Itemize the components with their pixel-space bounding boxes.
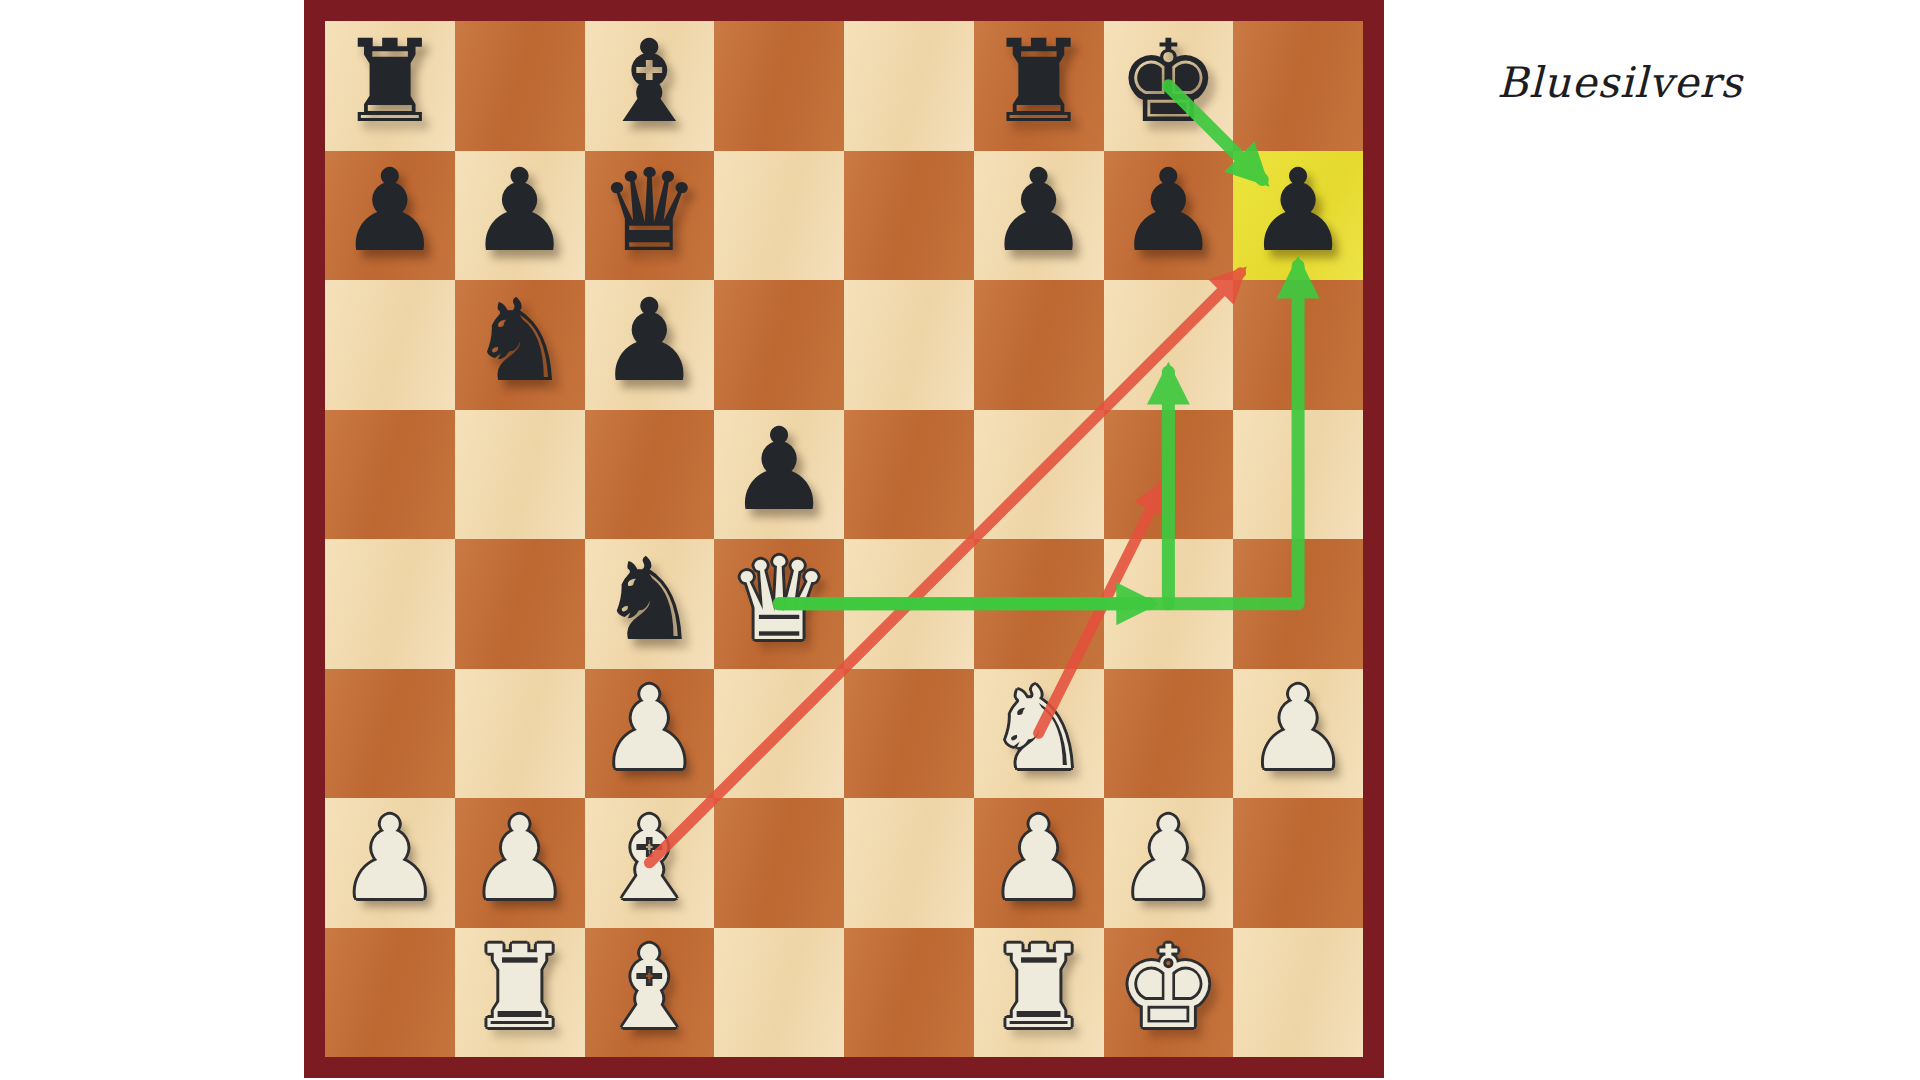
square-b3[interactable] — [455, 669, 585, 799]
square-h6[interactable] — [1233, 280, 1363, 410]
square-h2[interactable] — [1233, 798, 1363, 928]
square-g4[interactable] — [1104, 539, 1234, 669]
piece-white-pawn-c3[interactable]: ♟ — [598, 672, 700, 786]
square-h4[interactable] — [1233, 539, 1363, 669]
piece-white-king-g1[interactable]: ♚ — [1117, 931, 1219, 1045]
square-d7[interactable] — [714, 151, 844, 281]
square-h7[interactable]: ♟ — [1233, 151, 1363, 281]
watermark: Bluesilvers — [1455, 58, 1785, 107]
piece-black-pawn-g7[interactable]: ♟ — [1117, 154, 1219, 268]
square-a8[interactable]: ♜ — [325, 21, 455, 151]
piece-black-pawn-a7[interactable]: ♟ — [339, 154, 441, 268]
square-b5[interactable] — [455, 410, 585, 540]
square-b1[interactable]: ♜ — [455, 928, 585, 1058]
square-h5[interactable] — [1233, 410, 1363, 540]
piece-black-bishop-c8[interactable]: ♝ — [598, 25, 700, 139]
piece-white-pawn-b2[interactable]: ♟ — [469, 802, 571, 916]
piece-black-pawn-c6[interactable]: ♟ — [598, 284, 700, 398]
square-f7[interactable]: ♟ — [974, 151, 1104, 281]
board-grid: ♜♝♜♚♟♟♛♟♟♟♞♟♟♞♛♟♞♟♟♟♝♟♟♜♝♜♚ — [325, 21, 1363, 1057]
square-d6[interactable] — [714, 280, 844, 410]
square-c4[interactable]: ♞ — [585, 539, 715, 669]
square-h1[interactable] — [1233, 928, 1363, 1058]
square-g2[interactable]: ♟ — [1104, 798, 1234, 928]
square-a1[interactable] — [325, 928, 455, 1058]
square-b6[interactable]: ♞ — [455, 280, 585, 410]
square-a3[interactable] — [325, 669, 455, 799]
square-f8[interactable]: ♜ — [974, 21, 1104, 151]
square-d8[interactable] — [714, 21, 844, 151]
square-c3[interactable]: ♟ — [585, 669, 715, 799]
square-e1[interactable] — [844, 928, 974, 1058]
square-e3[interactable] — [844, 669, 974, 799]
page-background: ♜♝♜♚♟♟♛♟♟♟♞♟♟♞♛♟♞♟♟♟♝♟♟♜♝♜♚ Bluesilvers — [0, 0, 1920, 1080]
square-b7[interactable]: ♟ — [455, 151, 585, 281]
piece-black-pawn-f7[interactable]: ♟ — [988, 154, 1090, 268]
piece-white-rook-b1[interactable]: ♜ — [469, 931, 571, 1045]
square-d3[interactable] — [714, 669, 844, 799]
square-h3[interactable]: ♟ — [1233, 669, 1363, 799]
square-g8[interactable]: ♚ — [1104, 21, 1234, 151]
square-g5[interactable] — [1104, 410, 1234, 540]
square-f3[interactable]: ♞ — [974, 669, 1104, 799]
square-c6[interactable]: ♟ — [585, 280, 715, 410]
square-f2[interactable]: ♟ — [974, 798, 1104, 928]
piece-white-bishop-c2[interactable]: ♝ — [598, 802, 700, 916]
square-f4[interactable] — [974, 539, 1104, 669]
piece-black-king-g8[interactable]: ♚ — [1117, 25, 1219, 139]
piece-white-pawn-a2[interactable]: ♟ — [339, 802, 441, 916]
square-f6[interactable] — [974, 280, 1104, 410]
square-c2[interactable]: ♝ — [585, 798, 715, 928]
piece-white-knight-f3[interactable]: ♞ — [988, 672, 1090, 786]
square-h8[interactable] — [1233, 21, 1363, 151]
square-a4[interactable] — [325, 539, 455, 669]
square-b4[interactable] — [455, 539, 585, 669]
square-d1[interactable] — [714, 928, 844, 1058]
piece-black-knight-b6[interactable]: ♞ — [469, 284, 571, 398]
square-g7[interactable]: ♟ — [1104, 151, 1234, 281]
square-g1[interactable]: ♚ — [1104, 928, 1234, 1058]
square-c8[interactable]: ♝ — [585, 21, 715, 151]
square-d5[interactable]: ♟ — [714, 410, 844, 540]
square-c7[interactable]: ♛ — [585, 151, 715, 281]
square-d2[interactable] — [714, 798, 844, 928]
piece-white-queen-d4[interactable]: ♛ — [728, 543, 830, 657]
square-e7[interactable] — [844, 151, 974, 281]
square-b8[interactable] — [455, 21, 585, 151]
square-d4[interactable]: ♛ — [714, 539, 844, 669]
piece-black-pawn-h7[interactable]: ♟ — [1247, 154, 1349, 268]
piece-black-knight-c4[interactable]: ♞ — [598, 543, 700, 657]
piece-white-pawn-h3[interactable]: ♟ — [1247, 672, 1349, 786]
square-e5[interactable] — [844, 410, 974, 540]
piece-black-pawn-d5[interactable]: ♟ — [728, 413, 830, 527]
piece-white-rook-f1[interactable]: ♜ — [988, 931, 1090, 1045]
square-b2[interactable]: ♟ — [455, 798, 585, 928]
chess-board: ♜♝♜♚♟♟♛♟♟♟♞♟♟♞♛♟♞♟♟♟♝♟♟♜♝♜♚ — [304, 0, 1384, 1078]
square-e4[interactable] — [844, 539, 974, 669]
square-f5[interactable] — [974, 410, 1104, 540]
square-a2[interactable]: ♟ — [325, 798, 455, 928]
piece-black-queen-c7[interactable]: ♛ — [598, 154, 700, 268]
piece-white-pawn-g2[interactable]: ♟ — [1117, 802, 1219, 916]
piece-black-pawn-b7[interactable]: ♟ — [469, 154, 571, 268]
square-a6[interactable] — [325, 280, 455, 410]
square-e6[interactable] — [844, 280, 974, 410]
square-a5[interactable] — [325, 410, 455, 540]
square-g3[interactable] — [1104, 669, 1234, 799]
piece-black-rook-f8[interactable]: ♜ — [988, 25, 1090, 139]
square-e2[interactable] — [844, 798, 974, 928]
square-a7[interactable]: ♟ — [325, 151, 455, 281]
piece-black-rook-a8[interactable]: ♜ — [339, 25, 441, 139]
square-c1[interactable]: ♝ — [585, 928, 715, 1058]
square-g6[interactable] — [1104, 280, 1234, 410]
square-e8[interactable] — [844, 21, 974, 151]
piece-white-bishop-c1[interactable]: ♝ — [598, 931, 700, 1045]
square-c5[interactable] — [585, 410, 715, 540]
square-f1[interactable]: ♜ — [974, 928, 1104, 1058]
piece-white-pawn-f2[interactable]: ♟ — [988, 802, 1090, 916]
